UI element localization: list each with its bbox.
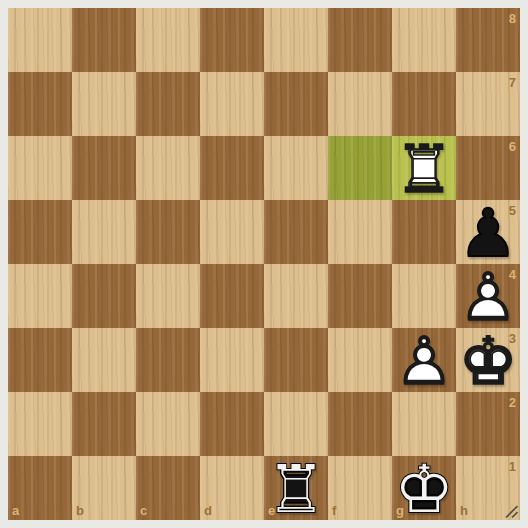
resize-handle-icon[interactable] xyxy=(504,504,518,518)
square-f3[interactable] xyxy=(328,328,392,392)
piece-black-king[interactable]: ♚♔ xyxy=(392,456,456,520)
piece-white-king[interactable]: ♚♔ xyxy=(456,328,520,392)
square-g4[interactable] xyxy=(392,264,456,328)
white-pawn-glyph: ♟ xyxy=(456,266,520,330)
square-b8[interactable] xyxy=(72,8,136,72)
square-d5[interactable] xyxy=(200,200,264,264)
white-rook-detail-glyph: ♖ xyxy=(392,138,456,202)
black-king-detail-glyph: ♔ xyxy=(392,458,456,522)
square-a3[interactable] xyxy=(8,328,72,392)
square-g3[interactable]: ♟♙ xyxy=(392,328,456,392)
square-a1[interactable]: a xyxy=(8,456,72,520)
white-pawn-detail-glyph: ♙ xyxy=(456,266,520,330)
square-h6[interactable]: 6 xyxy=(456,136,520,200)
square-e7[interactable] xyxy=(264,72,328,136)
square-c3[interactable] xyxy=(136,328,200,392)
square-e4[interactable] xyxy=(264,264,328,328)
square-d4[interactable] xyxy=(200,264,264,328)
square-a2[interactable] xyxy=(8,392,72,456)
square-g2[interactable] xyxy=(392,392,456,456)
square-f7[interactable] xyxy=(328,72,392,136)
square-f5[interactable] xyxy=(328,200,392,264)
square-e5[interactable] xyxy=(264,200,328,264)
file-label-f: f xyxy=(332,504,336,517)
square-g6[interactable]: ♜♖ xyxy=(392,136,456,200)
square-d3[interactable] xyxy=(200,328,264,392)
white-king-glyph: ♚ xyxy=(456,330,520,394)
rank-label-8: 8 xyxy=(509,12,516,25)
square-b7[interactable] xyxy=(72,72,136,136)
square-h4[interactable]: 4♟♙ xyxy=(456,264,520,328)
square-f6[interactable] xyxy=(328,136,392,200)
chessboard-frame: 87♜♖65♟4♟♙♟♙3♚♔2abcde♜♖fg♚♔1h xyxy=(0,0,528,528)
square-a7[interactable] xyxy=(8,72,72,136)
black-rook-glyph: ♜ xyxy=(264,458,328,522)
square-g1[interactable]: g♚♔ xyxy=(392,456,456,520)
square-c8[interactable] xyxy=(136,8,200,72)
rank-label-1: 1 xyxy=(509,460,516,473)
square-d8[interactable] xyxy=(200,8,264,72)
piece-black-rook[interactable]: ♜♖ xyxy=(264,456,328,520)
square-e8[interactable] xyxy=(264,8,328,72)
square-h2[interactable]: 2 xyxy=(456,392,520,456)
rank-label-7: 7 xyxy=(509,76,516,89)
rank-label-2: 2 xyxy=(509,396,516,409)
file-label-d: d xyxy=(204,504,212,517)
black-king-glyph: ♚ xyxy=(392,458,456,522)
square-c4[interactable] xyxy=(136,264,200,328)
square-b3[interactable] xyxy=(72,328,136,392)
square-e6[interactable] xyxy=(264,136,328,200)
square-f2[interactable] xyxy=(328,392,392,456)
square-f1[interactable]: f xyxy=(328,456,392,520)
square-b5[interactable] xyxy=(72,200,136,264)
piece-black-pawn[interactable]: ♟ xyxy=(456,200,520,264)
piece-white-rook[interactable]: ♜♖ xyxy=(392,136,456,200)
piece-white-pawn[interactable]: ♟♙ xyxy=(456,264,520,328)
square-b1[interactable]: b xyxy=(72,456,136,520)
chess-board: 87♜♖65♟4♟♙♟♙3♚♔2abcde♜♖fg♚♔1h xyxy=(8,8,520,520)
square-c6[interactable] xyxy=(136,136,200,200)
square-b6[interactable] xyxy=(72,136,136,200)
white-king-detail-glyph: ♔ xyxy=(456,330,520,394)
square-a4[interactable] xyxy=(8,264,72,328)
file-label-a: a xyxy=(12,504,19,517)
square-e3[interactable] xyxy=(264,328,328,392)
square-e2[interactable] xyxy=(264,392,328,456)
piece-white-pawn[interactable]: ♟♙ xyxy=(392,328,456,392)
square-g7[interactable] xyxy=(392,72,456,136)
square-c1[interactable]: c xyxy=(136,456,200,520)
square-a8[interactable] xyxy=(8,8,72,72)
square-h3[interactable]: 3♚♔ xyxy=(456,328,520,392)
square-a5[interactable] xyxy=(8,200,72,264)
square-f4[interactable] xyxy=(328,264,392,328)
square-d6[interactable] xyxy=(200,136,264,200)
square-e1[interactable]: e♜♖ xyxy=(264,456,328,520)
square-b2[interactable] xyxy=(72,392,136,456)
black-pawn-glyph: ♟ xyxy=(456,202,520,266)
file-label-c: c xyxy=(140,504,147,517)
square-b4[interactable] xyxy=(72,264,136,328)
white-rook-glyph: ♜ xyxy=(392,138,456,202)
square-d7[interactable] xyxy=(200,72,264,136)
square-a6[interactable] xyxy=(8,136,72,200)
file-label-h: h xyxy=(460,504,468,517)
square-f8[interactable] xyxy=(328,8,392,72)
square-c2[interactable] xyxy=(136,392,200,456)
black-rook-detail-glyph: ♖ xyxy=(264,458,328,522)
white-pawn-detail-glyph: ♙ xyxy=(392,330,456,394)
square-h5[interactable]: 5♟ xyxy=(456,200,520,264)
square-h8[interactable]: 8 xyxy=(456,8,520,72)
square-g5[interactable] xyxy=(392,200,456,264)
square-h7[interactable]: 7 xyxy=(456,72,520,136)
square-c5[interactable] xyxy=(136,200,200,264)
square-d1[interactable]: d xyxy=(200,456,264,520)
file-label-b: b xyxy=(76,504,84,517)
white-pawn-glyph: ♟ xyxy=(392,330,456,394)
rank-label-6: 6 xyxy=(509,140,516,153)
square-g8[interactable] xyxy=(392,8,456,72)
square-c7[interactable] xyxy=(136,72,200,136)
square-d2[interactable] xyxy=(200,392,264,456)
